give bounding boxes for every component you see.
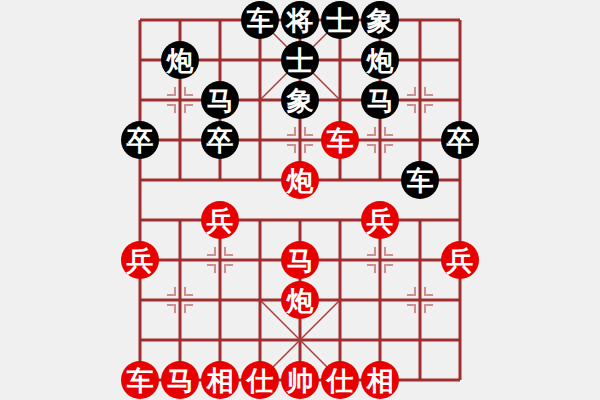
piece-red-elephant[interactable]: 相 <box>201 361 239 399</box>
piece-red-advisor[interactable]: 仕 <box>241 361 279 399</box>
piece-red-horse[interactable]: 马 <box>161 361 199 399</box>
piece-red-soldier[interactable]: 兵 <box>441 241 479 279</box>
piece-red-horse[interactable]: 马 <box>281 241 319 279</box>
piece-black-elephant[interactable]: 象 <box>281 81 319 119</box>
xiangqi-board: 车将士象炮士炮马象马卒卒车卒炮车兵兵兵马兵炮车马相仕帅仕相 <box>120 0 480 400</box>
piece-red-elephant[interactable]: 相 <box>361 361 399 399</box>
piece-black-elephant[interactable]: 象 <box>361 1 399 39</box>
piece-red-chariot[interactable]: 车 <box>321 121 359 159</box>
piece-red-soldier[interactable]: 兵 <box>361 201 399 239</box>
piece-red-soldier[interactable]: 兵 <box>121 241 159 279</box>
xiangqi-screen: 车将士象炮士炮马象马卒卒车卒炮车兵兵兵马兵炮车马相仕帅仕相 <box>0 0 600 400</box>
piece-red-chariot[interactable]: 车 <box>121 361 159 399</box>
piece-black-chariot[interactable]: 车 <box>241 1 279 39</box>
piece-red-soldier[interactable]: 兵 <box>201 201 239 239</box>
piece-black-cannon[interactable]: 炮 <box>161 41 199 79</box>
piece-black-soldier[interactable]: 卒 <box>441 121 479 159</box>
piece-black-cannon[interactable]: 炮 <box>361 41 399 79</box>
piece-red-cannon[interactable]: 炮 <box>281 281 319 319</box>
piece-black-soldier[interactable]: 卒 <box>121 121 159 159</box>
piece-black-horse[interactable]: 马 <box>361 81 399 119</box>
piece-black-soldier[interactable]: 卒 <box>201 121 239 159</box>
piece-red-advisor[interactable]: 仕 <box>321 361 359 399</box>
piece-black-chariot[interactable]: 车 <box>401 161 439 199</box>
piece-black-general[interactable]: 将 <box>281 1 319 39</box>
piece-black-horse[interactable]: 马 <box>201 81 239 119</box>
piece-black-advisor[interactable]: 士 <box>321 1 359 39</box>
piece-black-advisor[interactable]: 士 <box>281 41 319 79</box>
piece-red-general[interactable]: 帅 <box>281 361 319 399</box>
piece-red-cannon[interactable]: 炮 <box>281 161 319 199</box>
